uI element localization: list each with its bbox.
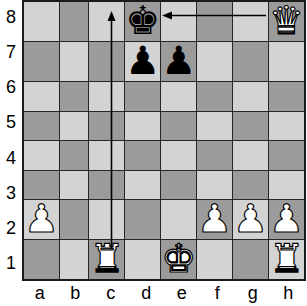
piece-black-pawn: ♟ — [125, 41, 160, 80]
square-b2[interactable] — [60, 200, 89, 240]
square-c5[interactable] — [89, 112, 125, 142]
rank-label: 3 — [0, 176, 22, 211]
file-label: a — [22, 281, 58, 306]
piece-white-pawn: ♟ — [24, 199, 59, 238]
square-d4[interactable] — [125, 141, 161, 171]
square-a6[interactable] — [24, 82, 60, 112]
square-d7[interactable]: ♟ — [125, 42, 161, 82]
square-f6[interactable] — [197, 82, 233, 112]
square-f4[interactable] — [197, 141, 233, 171]
file-label: c — [93, 281, 129, 306]
square-g1[interactable] — [233, 240, 269, 279]
square-e2[interactable] — [161, 200, 197, 240]
square-h5[interactable] — [269, 112, 304, 142]
chess-board: ♚♛♟♟♟♟♟♟♜♚♜ — [22, 0, 306, 281]
piece-white-pawn: ♟ — [233, 199, 268, 238]
square-b1[interactable] — [60, 240, 89, 279]
square-g7[interactable] — [233, 42, 269, 82]
square-d3[interactable] — [125, 171, 161, 201]
square-h8[interactable]: ♛ — [269, 2, 304, 42]
square-f1[interactable] — [197, 240, 233, 279]
square-b4[interactable] — [60, 141, 89, 171]
square-a5[interactable] — [24, 112, 60, 142]
square-c7[interactable] — [89, 42, 125, 82]
square-c2[interactable] — [89, 200, 125, 240]
square-c4[interactable] — [89, 141, 125, 171]
square-h1[interactable]: ♜ — [269, 240, 304, 279]
square-e4[interactable] — [161, 141, 197, 171]
square-d1[interactable] — [125, 240, 161, 279]
square-h6[interactable] — [269, 82, 304, 112]
square-g5[interactable] — [233, 112, 269, 142]
rank-label: 2 — [0, 211, 22, 246]
square-c6[interactable] — [89, 82, 125, 112]
piece-white-pawn: ♟ — [197, 199, 232, 238]
square-c1[interactable]: ♜ — [89, 240, 125, 279]
file-label: g — [235, 281, 271, 306]
square-b6[interactable] — [60, 82, 89, 112]
piece-white-rook: ♜ — [89, 239, 124, 278]
piece-black-king: ♚ — [125, 1, 160, 40]
square-e8[interactable] — [161, 2, 197, 42]
piece-white-rook: ♜ — [269, 239, 304, 278]
square-e3[interactable] — [161, 171, 197, 201]
square-g6[interactable] — [233, 82, 269, 112]
file-label: d — [129, 281, 165, 306]
file-label: f — [200, 281, 236, 306]
square-d5[interactable] — [125, 112, 161, 142]
rank-label: 7 — [0, 35, 22, 70]
square-h2[interactable]: ♟ — [269, 200, 304, 240]
square-f5[interactable] — [197, 112, 233, 142]
rank-label: 6 — [0, 70, 22, 105]
rank-label: 1 — [0, 246, 22, 281]
chess-diagram: 8 7 6 5 4 3 2 1 ♚♛♟♟♟♟♟♟♜♚♜ a b c d e f … — [0, 0, 306, 306]
square-c3[interactable] — [89, 171, 125, 201]
square-h7[interactable] — [269, 42, 304, 82]
file-label: h — [271, 281, 307, 306]
rank-label: 5 — [0, 105, 22, 140]
square-b3[interactable] — [60, 171, 89, 201]
square-a2[interactable]: ♟ — [24, 200, 60, 240]
square-f8[interactable] — [197, 2, 233, 42]
square-a8[interactable] — [24, 2, 60, 42]
piece-white-pawn: ♟ — [269, 199, 304, 238]
square-b8[interactable] — [60, 2, 89, 42]
square-g2[interactable]: ♟ — [233, 200, 269, 240]
square-f2[interactable]: ♟ — [197, 200, 233, 240]
rank-label: 4 — [0, 141, 22, 176]
square-d8[interactable]: ♚ — [125, 2, 161, 42]
square-d6[interactable] — [125, 82, 161, 112]
square-b7[interactable] — [60, 42, 89, 82]
rank-label: 8 — [0, 0, 22, 35]
square-e1[interactable]: ♚ — [161, 240, 197, 279]
square-b5[interactable] — [60, 112, 89, 142]
square-e7[interactable]: ♟ — [161, 42, 197, 82]
square-g8[interactable] — [233, 2, 269, 42]
square-a4[interactable] — [24, 141, 60, 171]
square-c8[interactable] — [89, 2, 125, 42]
square-f7[interactable] — [197, 42, 233, 82]
square-e5[interactable] — [161, 112, 197, 142]
square-d2[interactable] — [125, 200, 161, 240]
square-h4[interactable] — [269, 141, 304, 171]
piece-white-king: ♚ — [161, 239, 196, 278]
rank-labels: 8 7 6 5 4 3 2 1 — [0, 0, 22, 281]
file-labels: a b c d e f g h — [22, 281, 306, 306]
square-a1[interactable] — [24, 240, 60, 279]
piece-white-queen: ♛ — [269, 1, 304, 40]
file-label: b — [58, 281, 94, 306]
piece-black-pawn: ♟ — [161, 41, 196, 80]
square-a7[interactable] — [24, 42, 60, 82]
square-e6[interactable] — [161, 82, 197, 112]
file-label: e — [164, 281, 200, 306]
square-g4[interactable] — [233, 141, 269, 171]
